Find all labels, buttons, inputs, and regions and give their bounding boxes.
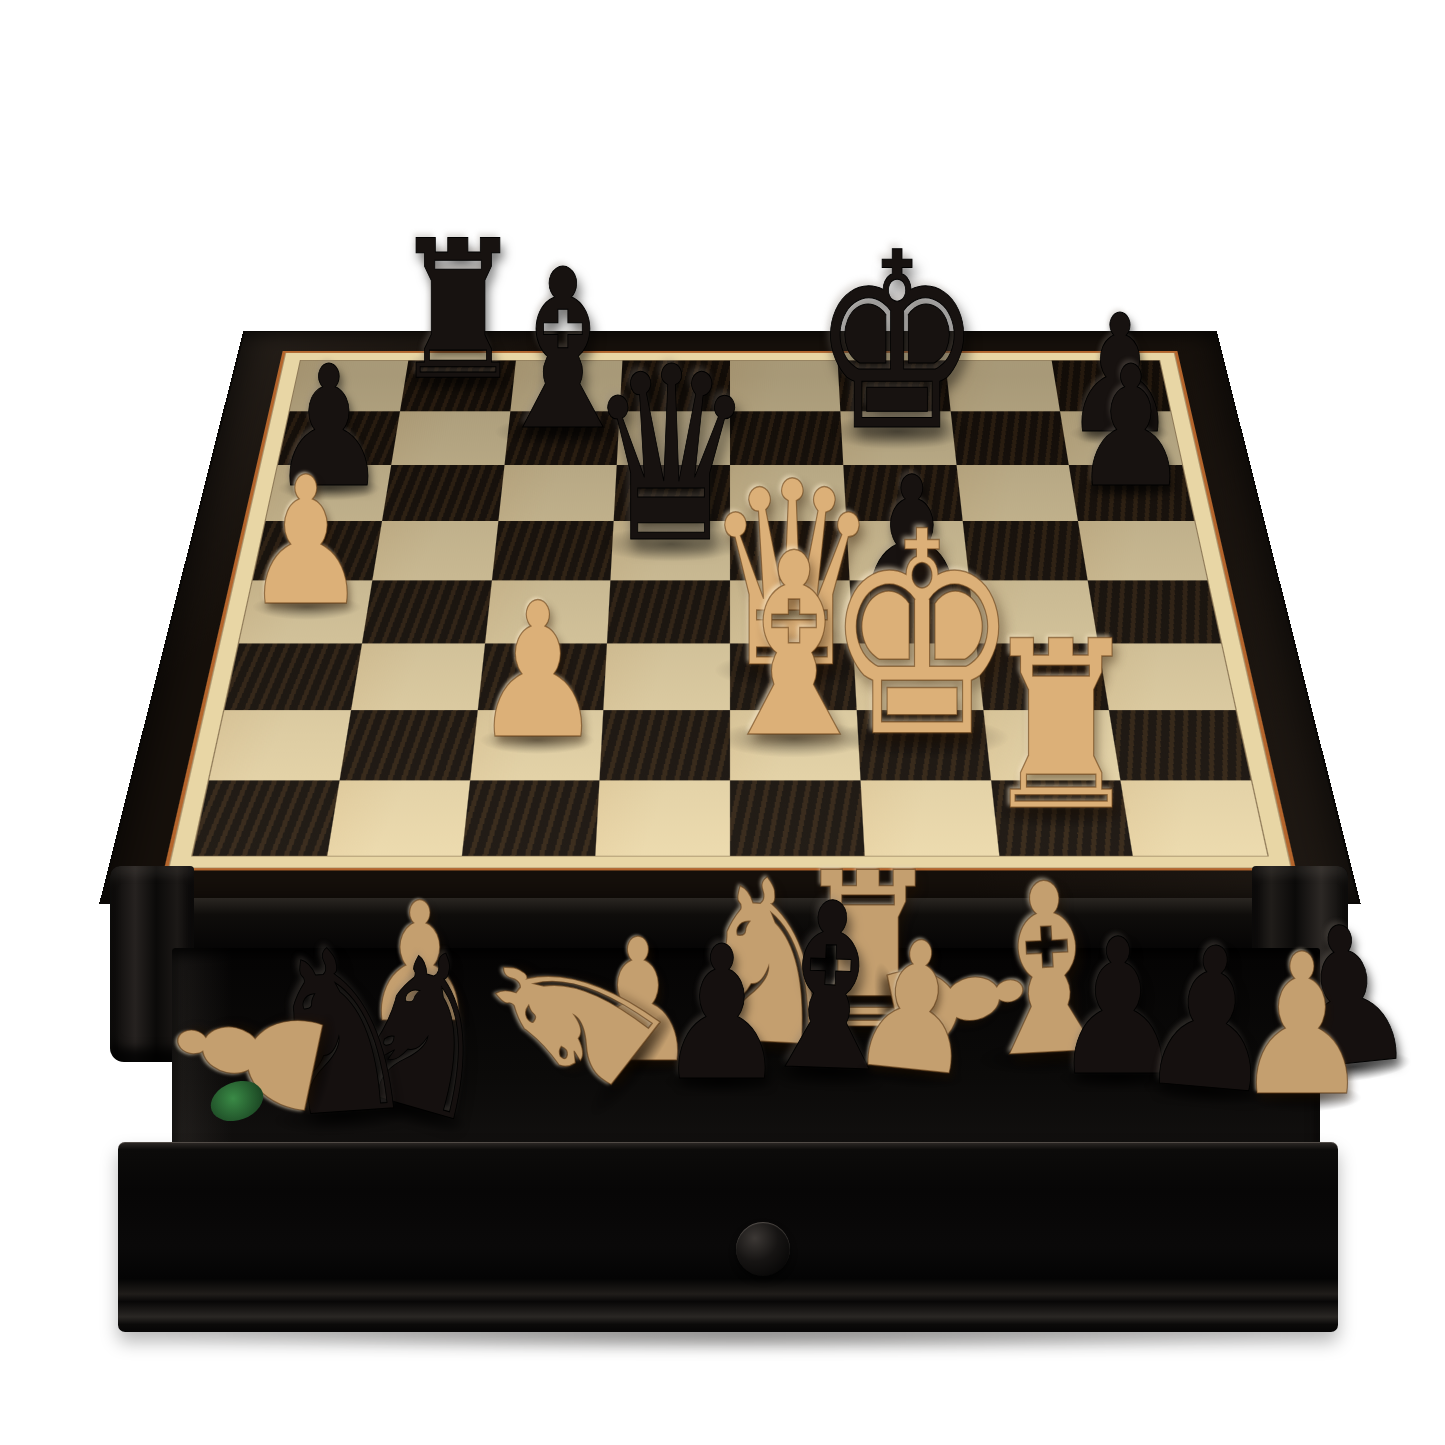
square-a3[interactable] (224, 643, 361, 710)
square-a2[interactable] (209, 710, 351, 781)
drawer-front-panel (118, 1142, 1338, 1332)
square-a1[interactable] (193, 781, 340, 856)
pawn-icon: ♟ (472, 599, 603, 745)
drawer-knob[interactable] (736, 1222, 790, 1276)
piece-black-king-f7[interactable]: ♚ (788, 247, 1007, 437)
square-h5[interactable] (1078, 521, 1207, 580)
piece-white-rook-g1[interactable]: ♜ (957, 637, 1165, 818)
king-icon: ♚ (812, 247, 983, 437)
drawer-piece-white-pawn-0[interactable]: ♟ (160, 955, 340, 1152)
pawn-icon: ♟ (1072, 362, 1189, 492)
piece-white-pawn-a4[interactable]: ♟ (227, 473, 386, 611)
rook-icon: ♜ (980, 637, 1142, 818)
square-c1[interactable] (461, 781, 599, 856)
piece-black-pawn-h6[interactable]: ♟ (1056, 362, 1206, 492)
square-b1[interactable] (327, 781, 470, 856)
pawn-icon: ♟ (245, 473, 369, 611)
pawn-icon: ♟ (846, 933, 984, 1084)
drawer-piece-white-pawn-10[interactable]: ♟ (828, 931, 1001, 1086)
pawn-icon: ♟ (1234, 950, 1370, 1102)
drawer-piece-white-pawn-15[interactable]: ♟ (1215, 950, 1390, 1102)
piece-white-pawn-c2[interactable]: ♟ (454, 599, 622, 745)
chess-set-photo: ♜♝♚♟♟♟♛♟♟♛♟♝♚♜ ♟♞♞♟♞♟♟♞♝♜♟♟♝♟♟♟♟ (0, 0, 1445, 1445)
